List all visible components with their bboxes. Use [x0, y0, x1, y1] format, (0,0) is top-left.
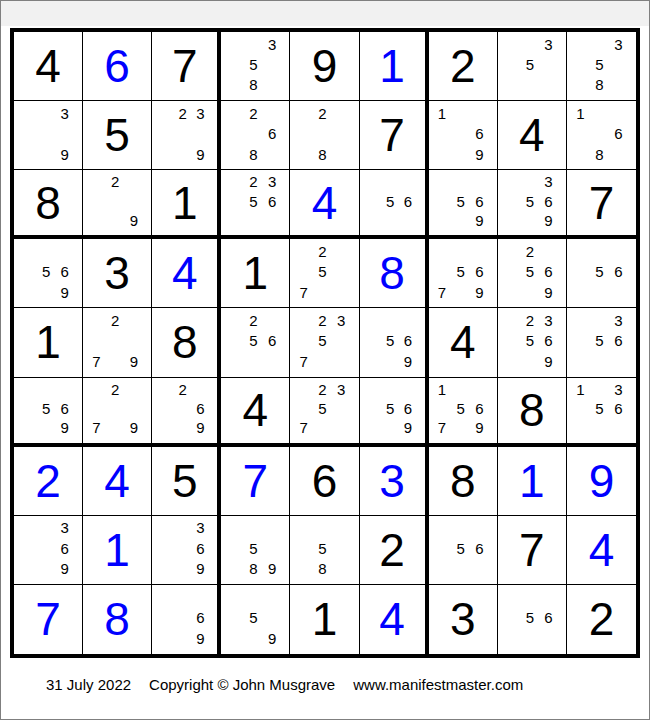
pencil-marks: 356 — [567, 308, 636, 376]
pencil-mark: 9 — [399, 351, 417, 371]
cell-r5c1[interactable]: 1 — [14, 308, 83, 377]
cell-r3c8[interactable]: 3569 — [498, 170, 567, 239]
pencil-mark: 5 — [590, 399, 609, 418]
entered-digit: 4 — [360, 585, 425, 654]
pencil-mark: 5 — [520, 262, 539, 282]
cell-r1c2[interactable]: 6 — [83, 32, 152, 101]
cell-r8c5[interactable]: 58 — [290, 516, 359, 585]
pencil-mark: 5 — [451, 192, 470, 211]
cell-r3c6[interactable]: 56 — [360, 170, 429, 239]
pencil-mark: 6 — [263, 331, 282, 351]
pencil-mark: 9 — [470, 211, 489, 230]
pencil-marks: 269 — [152, 378, 217, 443]
cell-r9c1[interactable]: 7 — [14, 585, 83, 654]
pencil-mark: 6 — [192, 538, 210, 558]
pencil-mark: 7 — [294, 351, 313, 371]
cell-r4c4[interactable]: 1 — [221, 239, 290, 308]
pencil-marks: 257 — [290, 239, 358, 307]
cell-r3c5[interactable]: 4 — [290, 170, 359, 239]
cell-r1c8[interactable]: 35 — [498, 32, 567, 101]
cell-r8c4[interactable]: 589 — [221, 516, 290, 585]
cell-r6c7[interactable]: 15679 — [429, 378, 498, 447]
pencil-mark: 5 — [313, 399, 332, 418]
given-digit: 2 — [360, 516, 425, 584]
pencil-mark: 8 — [590, 144, 609, 164]
pencil-mark: 6 — [263, 123, 282, 143]
cell-r9c9[interactable]: 2 — [567, 585, 636, 654]
pencil-mark: 3 — [263, 34, 282, 54]
pencil-mark: 9 — [470, 418, 489, 437]
entered-digit: 8 — [360, 239, 425, 307]
footer-date: 31 July 2022 — [46, 676, 131, 693]
pencil-mark: 9 — [263, 559, 282, 579]
cell-r6c4[interactable]: 4 — [221, 378, 290, 447]
pencil-mark: 3 — [55, 103, 74, 123]
pencil-mark: 5 — [244, 538, 263, 558]
pencil-marks: 39 — [14, 101, 82, 169]
pencil-marks: 358 — [221, 32, 289, 100]
pencil-marks: 28 — [290, 101, 358, 169]
top-strip — [1, 1, 649, 26]
pencil-mark: 6 — [609, 399, 628, 418]
pencil-mark: 2 — [520, 310, 539, 330]
pencil-marks: 279 — [83, 308, 151, 376]
given-digit: 5 — [152, 447, 217, 515]
footer-website: www.manifestmaster.com — [353, 676, 523, 693]
pencil-mark: 5 — [37, 399, 56, 418]
pencil-mark: 6 — [609, 123, 628, 143]
cell-r8c1[interactable]: 369 — [14, 516, 83, 585]
cell-r8c3[interactable]: 369 — [152, 516, 221, 585]
pencil-marks: 35 — [498, 32, 566, 100]
cell-r3c4[interactable]: 2356 — [221, 170, 290, 239]
cell-r7c4[interactable]: 7 — [221, 447, 290, 516]
cell-r9c4[interactable]: 59 — [221, 585, 290, 654]
given-digit: 4 — [14, 32, 82, 100]
pencil-mark: 6 — [192, 608, 210, 629]
given-digit: 7 — [152, 32, 217, 100]
cell-r5c2[interactable]: 279 — [83, 308, 152, 377]
pencil-mark: 2 — [313, 310, 332, 330]
cell-r5c3[interactable]: 8 — [152, 308, 221, 377]
pencil-mark: 7 — [433, 282, 452, 302]
pencil-mark: 9 — [539, 211, 558, 230]
pencil-marks: 369 — [152, 516, 217, 584]
entered-digit: 4 — [152, 239, 217, 307]
cell-r1c9[interactable]: 358 — [567, 32, 636, 101]
cell-r2c3[interactable]: 239 — [152, 101, 221, 170]
pencil-mark: 3 — [192, 518, 210, 538]
given-digit: 1 — [221, 239, 289, 307]
pencil-mark: 9 — [125, 351, 144, 371]
cell-r8c8[interactable]: 7 — [498, 516, 567, 585]
cell-r4c7[interactable]: 5679 — [429, 239, 498, 308]
entered-digit: 6 — [83, 32, 151, 100]
entered-digit: 3 — [360, 447, 425, 515]
entered-digit: 4 — [290, 170, 358, 235]
given-digit: 3 — [83, 239, 151, 307]
cell-r7c3[interactable]: 5 — [152, 447, 221, 516]
cell-r6c8[interactable]: 8 — [498, 378, 567, 447]
pencil-mark: 9 — [470, 282, 489, 302]
pencil-mark: 6 — [470, 538, 489, 558]
given-digit: 9 — [290, 32, 358, 100]
cell-r6c1[interactable]: 569 — [14, 378, 83, 447]
pencil-mark: 9 — [125, 211, 144, 230]
cell-r2c9[interactable]: 168 — [567, 101, 636, 170]
pencil-mark: 9 — [399, 418, 417, 437]
pencil-mark: 6 — [399, 331, 417, 351]
pencil-marks: 29 — [83, 170, 151, 235]
pencil-marks: 239 — [152, 101, 217, 169]
pencil-mark: 7 — [433, 418, 452, 437]
pencil-mark: 5 — [590, 262, 609, 282]
cell-r1c5[interactable]: 9 — [290, 32, 359, 101]
pencil-mark: 5 — [451, 262, 470, 282]
pencil-marks: 256 — [221, 308, 289, 376]
cell-r3c1[interactable]: 8 — [14, 170, 83, 239]
pencil-mark: 2 — [244, 310, 263, 330]
pencil-marks: 569 — [360, 308, 425, 376]
pencil-mark: 5 — [520, 608, 539, 629]
pencil-mark: 3 — [332, 380, 351, 399]
pencil-mark: 6 — [539, 262, 558, 282]
pencil-marks: 2356 — [221, 170, 289, 235]
cell-r4c1[interactable]: 569 — [14, 239, 83, 308]
cell-r9c6[interactable]: 4 — [360, 585, 429, 654]
given-digit: 7 — [567, 170, 636, 235]
cell-r8c2[interactable]: 1 — [83, 516, 152, 585]
given-digit: 8 — [429, 447, 497, 515]
pencil-mark: 8 — [313, 144, 332, 164]
cell-r5c4[interactable]: 256 — [221, 308, 290, 377]
pencil-mark: 6 — [539, 192, 558, 211]
given-digit: 6 — [290, 447, 358, 515]
pencil-mark: 8 — [244, 559, 263, 579]
cell-r5c8[interactable]: 23569 — [498, 308, 567, 377]
given-digit: 8 — [498, 378, 566, 443]
pencil-mark: 9 — [192, 628, 210, 649]
pencil-mark: 5 — [451, 399, 470, 418]
pencil-marks: 2357 — [290, 378, 358, 443]
pencil-marks: 169 — [429, 101, 497, 169]
cell-r6c5[interactable]: 2357 — [290, 378, 359, 447]
pencil-mark: 6 — [55, 399, 74, 418]
cell-r5c7[interactable]: 4 — [429, 308, 498, 377]
cell-r7c8[interactable]: 1 — [498, 447, 567, 516]
cell-r3c9[interactable]: 7 — [567, 170, 636, 239]
pencil-mark: 3 — [539, 172, 558, 191]
entered-digit: 8 — [83, 585, 151, 654]
pencil-mark: 2 — [313, 241, 332, 261]
pencil-mark: 6 — [399, 192, 417, 211]
pencil-mark: 6 — [470, 192, 489, 211]
given-digit: 4 — [429, 308, 497, 376]
pencil-marks: 23569 — [498, 308, 566, 376]
pencil-mark: 3 — [55, 518, 74, 538]
given-digit: 5 — [83, 101, 151, 169]
cell-r3c7[interactable]: 569 — [429, 170, 498, 239]
pencil-mark: 9 — [192, 144, 210, 164]
pencil-mark: 7 — [294, 282, 313, 302]
pencil-mark: 5 — [381, 331, 399, 351]
pencil-mark: 2 — [174, 103, 192, 123]
cell-r2c5[interactable]: 28 — [290, 101, 359, 170]
pencil-mark: 6 — [263, 192, 282, 211]
given-digit: 7 — [498, 516, 566, 584]
pencil-mark: 5 — [244, 192, 263, 211]
pencil-mark: 9 — [55, 282, 74, 302]
pencil-mark: 5 — [313, 538, 332, 558]
given-digit: 1 — [290, 585, 358, 654]
pencil-mark: 6 — [470, 262, 489, 282]
cell-r7c6[interactable]: 3 — [360, 447, 429, 516]
cell-r2c6[interactable]: 7 — [360, 101, 429, 170]
entered-digit: 2 — [14, 447, 82, 515]
pencil-mark: 9 — [55, 418, 74, 437]
cell-r3c3[interactable]: 1 — [152, 170, 221, 239]
pencil-mark: 5 — [520, 192, 539, 211]
pencil-mark: 5 — [520, 54, 539, 74]
pencil-mark: 5 — [313, 331, 332, 351]
given-digit: 4 — [498, 101, 566, 169]
entered-digit: 7 — [14, 585, 82, 654]
pencil-marks: 2569 — [498, 239, 566, 307]
pencil-mark: 3 — [609, 380, 628, 399]
pencil-marks: 279 — [83, 378, 151, 443]
pencil-marks: 3569 — [498, 170, 566, 235]
cell-r9c2[interactable]: 8 — [83, 585, 152, 654]
pencil-mark: 9 — [55, 559, 74, 579]
cell-r7c5[interactable]: 6 — [290, 447, 359, 516]
given-digit: 3 — [429, 585, 497, 654]
cell-r8c6[interactable]: 2 — [360, 516, 429, 585]
cell-r4c9[interactable]: 56 — [567, 239, 636, 308]
pencil-mark: 2 — [313, 103, 332, 123]
pencil-mark: 9 — [125, 418, 144, 437]
pencil-marks: 56 — [567, 239, 636, 307]
pencil-mark: 8 — [244, 75, 263, 95]
pencil-marks: 569 — [14, 239, 82, 307]
cell-r4c2[interactable]: 3 — [83, 239, 152, 308]
cell-r9c5[interactable]: 1 — [290, 585, 359, 654]
pencil-marks: 569 — [14, 378, 82, 443]
pencil-marks: 168 — [567, 101, 636, 169]
given-digit: 4 — [221, 378, 289, 443]
given-digit: 2 — [429, 32, 497, 100]
pencil-mark: 5 — [244, 54, 263, 74]
given-digit: 7 — [360, 101, 425, 169]
cell-r6c3[interactable]: 269 — [152, 378, 221, 447]
cell-r9c8[interactable]: 56 — [498, 585, 567, 654]
entered-digit: 1 — [360, 32, 425, 100]
pencil-mark: 2 — [106, 172, 125, 191]
pencil-mark: 6 — [55, 262, 74, 282]
pencil-marks: 2357 — [290, 308, 358, 376]
cell-r6c6[interactable]: 569 — [360, 378, 429, 447]
pencil-mark: 2 — [106, 380, 125, 399]
pencil-mark: 5 — [451, 538, 470, 558]
cell-r5c6[interactable]: 569 — [360, 308, 429, 377]
pencil-mark: 9 — [470, 144, 489, 164]
pencil-mark: 5 — [244, 331, 263, 351]
pencil-mark: 8 — [313, 559, 332, 579]
given-digit: 8 — [14, 170, 82, 235]
pencil-mark: 6 — [55, 538, 74, 558]
cell-r1c6[interactable]: 1 — [360, 32, 429, 101]
pencil-mark: 3 — [263, 172, 282, 191]
cell-r7c7[interactable]: 8 — [429, 447, 498, 516]
pencil-mark: 9 — [55, 144, 74, 164]
pencil-mark: 9 — [539, 351, 558, 371]
sudoku-board: 4673589123535839523926828716941688291235… — [10, 28, 640, 658]
entered-digit: 4 — [83, 447, 151, 515]
pencil-mark: 2 — [174, 380, 192, 399]
pencil-mark: 5 — [244, 608, 263, 629]
pencil-mark: 2 — [244, 103, 263, 123]
cell-r7c9[interactable]: 9 — [567, 447, 636, 516]
pencil-mark: 6 — [470, 123, 489, 143]
pencil-mark: 5 — [37, 262, 56, 282]
pencil-marks: 56 — [429, 516, 497, 584]
pencil-mark: 1 — [433, 103, 452, 123]
pencil-mark: 3 — [192, 103, 210, 123]
pencil-mark: 2 — [244, 172, 263, 191]
pencil-mark: 9 — [539, 282, 558, 302]
pencil-mark: 6 — [609, 331, 628, 351]
pencil-mark: 9 — [192, 418, 210, 437]
pencil-mark: 1 — [433, 380, 452, 399]
cell-r2c2[interactable]: 5 — [83, 101, 152, 170]
given-digit: 1 — [14, 308, 82, 376]
pencil-mark: 5 — [520, 331, 539, 351]
cell-r3c2[interactable]: 29 — [83, 170, 152, 239]
given-digit: 2 — [567, 585, 636, 654]
cell-r2c8[interactable]: 4 — [498, 101, 567, 170]
pencil-marks: 569 — [429, 170, 497, 235]
cell-r1c4[interactable]: 358 — [221, 32, 290, 101]
cell-r4c3[interactable]: 4 — [152, 239, 221, 308]
entered-digit: 1 — [83, 516, 151, 584]
pencil-marks: 69 — [152, 585, 217, 654]
cell-r7c1[interactable]: 2 — [14, 447, 83, 516]
pencil-mark: 1 — [571, 380, 590, 399]
given-digit: 8 — [152, 308, 217, 376]
pencil-mark: 8 — [590, 75, 609, 95]
cell-r8c7[interactable]: 56 — [429, 516, 498, 585]
cell-r2c4[interactable]: 268 — [221, 101, 290, 170]
pencil-mark: 5 — [381, 192, 399, 211]
footer: 31 July 2022 Copyright © John Musgrave w… — [46, 676, 523, 693]
pencil-mark: 3 — [332, 310, 351, 330]
pencil-mark: 6 — [399, 399, 417, 418]
pencil-mark: 9 — [192, 559, 210, 579]
cell-r7c2[interactable]: 4 — [83, 447, 152, 516]
pencil-mark: 6 — [192, 399, 210, 418]
cell-r4c8[interactable]: 2569 — [498, 239, 567, 308]
cell-r4c5[interactable]: 257 — [290, 239, 359, 308]
pencil-mark: 7 — [294, 418, 313, 437]
pencil-mark: 9 — [263, 628, 282, 649]
entered-digit: 7 — [221, 447, 289, 515]
entered-digit: 1 — [498, 447, 566, 515]
cell-r9c3[interactable]: 69 — [152, 585, 221, 654]
pencil-mark: 7 — [87, 351, 106, 371]
page: 4673589123535839523926828716941688291235… — [0, 0, 650, 720]
pencil-mark: 5 — [590, 54, 609, 74]
cell-r9c7[interactable]: 3 — [429, 585, 498, 654]
pencil-marks: 56 — [360, 170, 425, 235]
cell-r1c7[interactable]: 2 — [429, 32, 498, 101]
cell-r1c3[interactable]: 7 — [152, 32, 221, 101]
pencil-mark: 6 — [539, 331, 558, 351]
cell-r8c9[interactable]: 4 — [567, 516, 636, 585]
pencil-mark: 5 — [313, 262, 332, 282]
cell-r5c9[interactable]: 356 — [567, 308, 636, 377]
cell-r4c6[interactable]: 8 — [360, 239, 429, 308]
pencil-mark: 8 — [244, 144, 263, 164]
cell-r2c7[interactable]: 169 — [429, 101, 498, 170]
pencil-mark: 3 — [609, 310, 628, 330]
footer-copyright: Copyright © John Musgrave — [149, 676, 335, 693]
cell-r6c2[interactable]: 279 — [83, 378, 152, 447]
pencil-mark: 3 — [609, 34, 628, 54]
pencil-mark: 5 — [590, 331, 609, 351]
pencil-mark: 5 — [381, 399, 399, 418]
cell-r1c1[interactable]: 4 — [14, 32, 83, 101]
pencil-mark: 6 — [609, 262, 628, 282]
pencil-marks: 5679 — [429, 239, 497, 307]
pencil-mark: 3 — [539, 34, 558, 54]
pencil-mark: 2 — [313, 380, 332, 399]
pencil-mark: 6 — [470, 399, 489, 418]
pencil-mark: 2 — [106, 310, 125, 330]
pencil-marks: 1356 — [567, 378, 636, 443]
pencil-marks: 369 — [14, 516, 82, 584]
pencil-marks: 59 — [221, 585, 289, 654]
pencil-mark: 1 — [571, 103, 590, 123]
pencil-mark: 6 — [539, 608, 558, 629]
pencil-marks: 358 — [567, 32, 636, 100]
entered-digit: 4 — [567, 516, 636, 584]
pencil-marks: 56 — [498, 585, 566, 654]
pencil-marks: 58 — [290, 516, 358, 584]
pencil-mark: 2 — [520, 241, 539, 261]
pencil-mark: 7 — [87, 418, 106, 437]
entered-digit: 9 — [567, 447, 636, 515]
given-digit: 1 — [152, 170, 217, 235]
pencil-marks: 589 — [221, 516, 289, 584]
cell-r2c1[interactable]: 39 — [14, 101, 83, 170]
pencil-marks: 268 — [221, 101, 289, 169]
cell-r6c9[interactable]: 1356 — [567, 378, 636, 447]
pencil-marks: 569 — [360, 378, 425, 443]
pencil-mark: 3 — [539, 310, 558, 330]
pencil-marks: 15679 — [429, 378, 497, 443]
cell-r5c5[interactable]: 2357 — [290, 308, 359, 377]
